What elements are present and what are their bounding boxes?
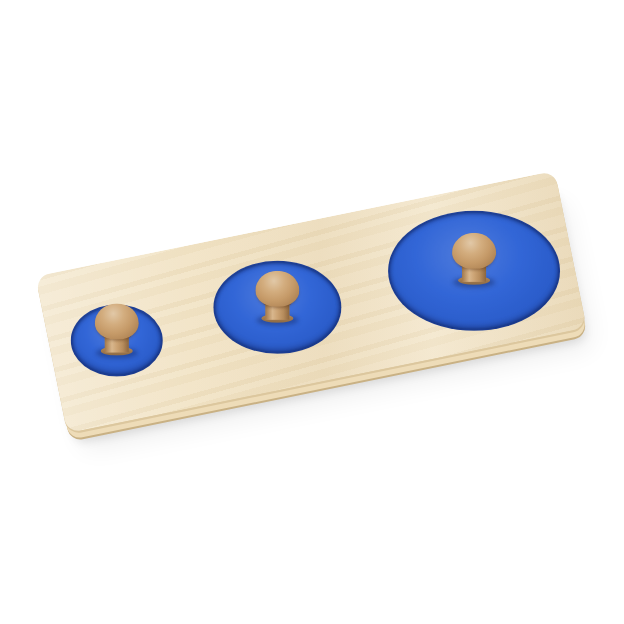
- circle-piece-medium[interactable]: [213, 261, 341, 354]
- circle-piece-large[interactable]: [388, 211, 560, 331]
- wooden-knob-small[interactable]: [94, 303, 140, 357]
- puzzle-board: [35, 171, 586, 433]
- wooden-knob-large[interactable]: [451, 233, 497, 287]
- wooden-knob-medium[interactable]: [254, 271, 300, 325]
- knob-head: [452, 233, 496, 269]
- knob-head: [95, 303, 139, 339]
- scene: [0, 0, 624, 624]
- circle-piece-small[interactable]: [71, 304, 163, 376]
- knob-head: [255, 271, 299, 307]
